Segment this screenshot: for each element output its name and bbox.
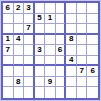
- cell-r1c8[interactable]: [77, 3, 88, 14]
- cell-r8c3[interactable]: [24, 77, 35, 88]
- cell-r1c4[interactable]: [35, 3, 46, 14]
- cell-r6c4[interactable]: [35, 56, 46, 67]
- cell-r9c1[interactable]: [3, 87, 14, 98]
- cell-r3c2[interactable]: [14, 24, 25, 35]
- cell-r7c1[interactable]: [3, 66, 14, 77]
- cell-r7c8: 7: [77, 66, 88, 77]
- cell-r6c3[interactable]: [24, 56, 35, 67]
- cell-r1c2: 2: [14, 3, 25, 14]
- cell-r1c3: 3: [24, 3, 35, 14]
- cell-r5c5[interactable]: [45, 45, 56, 56]
- cell-r4c8[interactable]: [77, 35, 88, 46]
- cell-r3c6[interactable]: [56, 24, 67, 35]
- cell-r7c6[interactable]: [56, 66, 67, 77]
- cell-r7c7[interactable]: [66, 66, 77, 77]
- cell-r4c2: 4: [14, 35, 25, 46]
- cell-r5c6: 6: [56, 45, 67, 56]
- cell-r9c2[interactable]: [14, 87, 25, 98]
- cell-r4c9[interactable]: [87, 35, 98, 46]
- cell-r3c7[interactable]: [66, 24, 77, 35]
- cell-r6c7: 4: [66, 56, 77, 67]
- cell-r4c6[interactable]: [56, 35, 67, 46]
- cell-r8c6[interactable]: [56, 77, 67, 88]
- sudoku-board: 62351714873647689: [1, 1, 100, 100]
- cell-r9c8[interactable]: [77, 87, 88, 98]
- cell-r8c4[interactable]: [35, 77, 46, 88]
- cell-r8c5: 9: [45, 77, 56, 88]
- cell-r5c4: 3: [35, 45, 46, 56]
- cell-r7c9: 6: [87, 66, 98, 77]
- cell-r9c7[interactable]: [66, 87, 77, 98]
- cell-r6c2[interactable]: [14, 56, 25, 67]
- cell-r1c1: 6: [3, 3, 14, 14]
- cell-r6c1[interactable]: [3, 56, 14, 67]
- cell-r2c1[interactable]: [3, 14, 14, 25]
- cell-r3c4[interactable]: [35, 24, 46, 35]
- cell-r4c1: 1: [3, 35, 14, 46]
- cell-r6c6[interactable]: [56, 56, 67, 67]
- cell-r5c8[interactable]: [77, 45, 88, 56]
- cell-r2c4: 5: [35, 14, 46, 25]
- cell-r6c8[interactable]: [77, 56, 88, 67]
- cell-r8c7[interactable]: [66, 77, 77, 88]
- cell-r2c8[interactable]: [77, 14, 88, 25]
- cell-r2c9[interactable]: [87, 14, 98, 25]
- cell-r4c3[interactable]: [24, 35, 35, 46]
- cell-r9c6[interactable]: [56, 87, 67, 98]
- cell-r4c7: 8: [66, 35, 77, 46]
- cell-r5c2[interactable]: [14, 45, 25, 56]
- cell-r7c5[interactable]: [45, 66, 56, 77]
- cell-r6c5[interactable]: [45, 56, 56, 67]
- cell-r9c4[interactable]: [35, 87, 46, 98]
- cell-r7c3[interactable]: [24, 66, 35, 77]
- cell-r6c9[interactable]: [87, 56, 98, 67]
- cell-r7c2[interactable]: [14, 66, 25, 77]
- cell-r3c1[interactable]: [3, 24, 14, 35]
- cell-r2c6[interactable]: [56, 14, 67, 25]
- cell-r1c5[interactable]: [45, 3, 56, 14]
- cell-r3c3: 7: [24, 24, 35, 35]
- cell-r1c7[interactable]: [66, 3, 77, 14]
- cell-r8c2: 8: [14, 77, 25, 88]
- cell-r7c4[interactable]: [35, 66, 46, 77]
- cell-r1c9[interactable]: [87, 3, 98, 14]
- cell-r5c3[interactable]: [24, 45, 35, 56]
- cell-r2c7[interactable]: [66, 14, 77, 25]
- cell-r1c6[interactable]: [56, 3, 67, 14]
- board-margin: 62351714873647689: [0, 0, 101, 101]
- cell-r3c8[interactable]: [77, 24, 88, 35]
- cell-r5c1: 7: [3, 45, 14, 56]
- cell-r3c9[interactable]: [87, 24, 98, 35]
- cell-r9c9[interactable]: [87, 87, 98, 98]
- cell-r4c4[interactable]: [35, 35, 46, 46]
- cell-r8c8[interactable]: [77, 77, 88, 88]
- cell-r8c1[interactable]: [3, 77, 14, 88]
- cell-r9c5[interactable]: [45, 87, 56, 98]
- cell-r3c5[interactable]: [45, 24, 56, 35]
- cell-r2c2[interactable]: [14, 14, 25, 25]
- cell-r2c5: 1: [45, 14, 56, 25]
- cell-r9c3[interactable]: [24, 87, 35, 98]
- cell-r5c9[interactable]: [87, 45, 98, 56]
- cell-r4c5[interactable]: [45, 35, 56, 46]
- cell-r8c9[interactable]: [87, 77, 98, 88]
